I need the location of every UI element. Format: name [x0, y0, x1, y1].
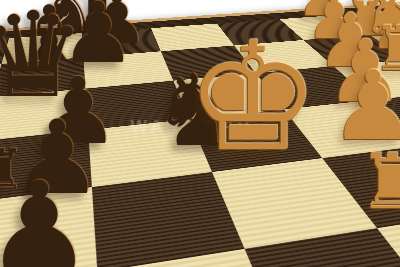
piece-black-pawn[interactable]: ♟ — [0, 166, 99, 267]
chess-photo-canvas: ♜♛♝♞♜♟♟♟♟♟♞♚♝♞♟♟♟♟♟♜♜ WANDS.RU — [0, 0, 400, 267]
piece-white-king[interactable]: ♚ — [178, 22, 328, 172]
piece-white-rook[interactable]: ♜ — [354, 144, 400, 220]
